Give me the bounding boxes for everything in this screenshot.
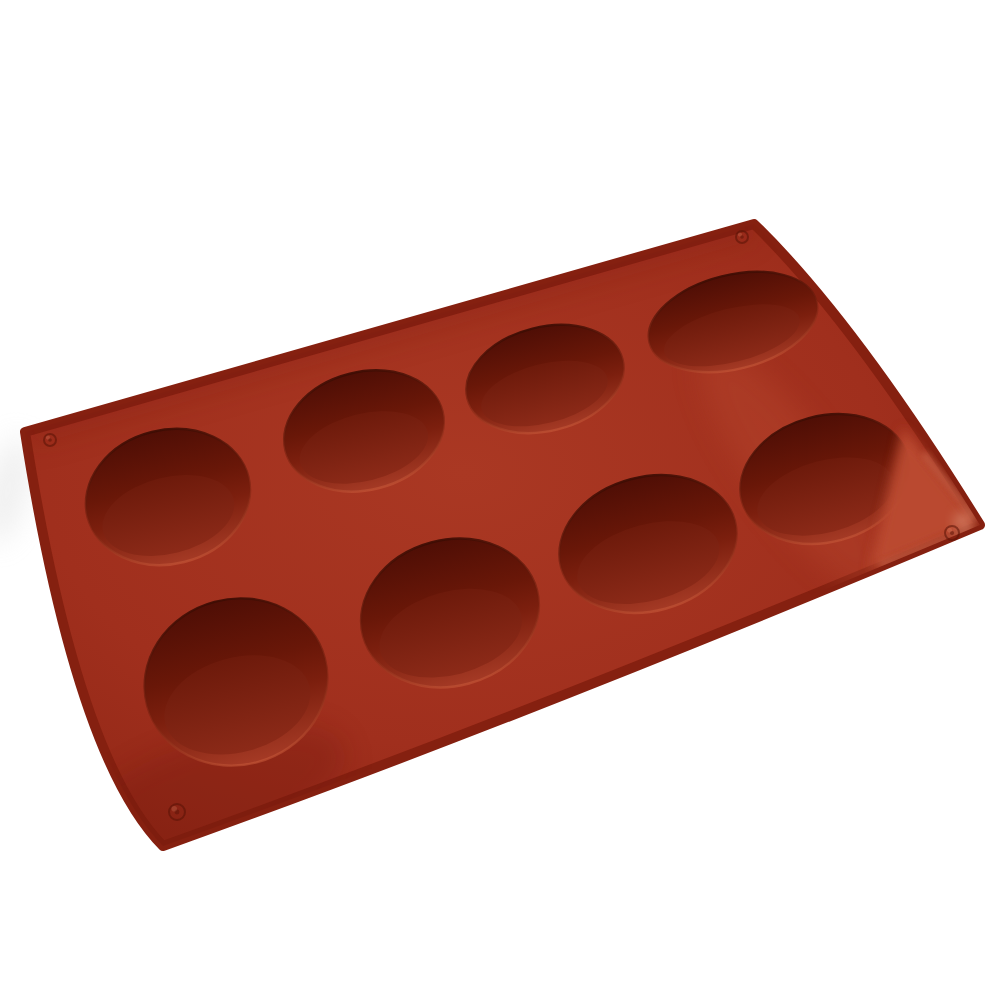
- nub-highlight: [947, 528, 952, 533]
- mold-photo-svg: [0, 0, 1001, 1001]
- gloss-hotspot: [953, 512, 973, 532]
- nub-highlight: [738, 233, 742, 237]
- nub-highlight: [46, 436, 50, 440]
- nub-highlight: [171, 806, 177, 812]
- product-photo: Angled overhead product photo of a brick…: [0, 0, 1001, 1001]
